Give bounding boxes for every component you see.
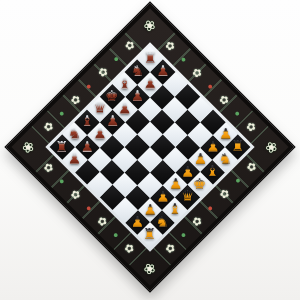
inlay-flower-icon: ✿ — [41, 120, 55, 134]
inlay-corner-flower-icon: ❀ — [19, 138, 37, 156]
inlay-bud-icon: ● — [86, 83, 93, 90]
white-pawn[interactable]: ♟ — [81, 139, 94, 154]
white-bishop[interactable]: ♝ — [118, 77, 131, 92]
white-pawn[interactable]: ♟ — [131, 89, 144, 104]
black-pawn[interactable]: ♟ — [181, 165, 194, 180]
inlay-flower-icon: ✿ — [123, 38, 137, 52]
black-knight[interactable]: ♞ — [219, 152, 232, 167]
inlay-bud-icon: ● — [234, 110, 241, 117]
white-knight[interactable]: ♞ — [68, 127, 81, 142]
board-squares: ♜♞♝♛♚♝♞♜♟♟♟♟♟♟♟♟♟♟♟♟♟♟♟♟♜♞♝♛♚♝♞♜ — [50, 47, 251, 248]
inlay-bud-icon: ● — [207, 204, 214, 211]
photo-background: ❀❀❀❀✿●✿●✿●✿✿●✿●✿●✿✿●✿●✿●✿✿●✿●✿●✿ ♜♞♝♛♚♝♞… — [0, 0, 300, 300]
white-pawn[interactable]: ♟ — [93, 127, 106, 142]
floral-inlay-border: ❀❀❀❀✿●✿●✿●✿✿●✿●✿●✿✿●✿●✿●✿✿●✿●✿●✿ ♜♞♝♛♚♝♞… — [11, 8, 288, 285]
inlay-bud-icon: ● — [59, 110, 66, 117]
black-pawn[interactable]: ♟ — [219, 127, 232, 142]
inlay-bud-icon: ● — [86, 204, 93, 211]
inlay-flower-icon: ✿ — [217, 93, 231, 107]
inlay-corner-flower-icon: ❀ — [263, 138, 281, 156]
white-pawn[interactable]: ♟ — [118, 102, 131, 117]
marble-slab: ❀❀❀❀✿●✿●✿●✿✿●✿●✿●✿✿●✿●✿●✿✿●✿●✿●✿ ♜♞♝♛♚♝♞… — [6, 3, 294, 291]
inlay-flower-icon: ✿ — [217, 187, 231, 201]
inlay-flower-icon: ✿ — [244, 160, 258, 174]
inlay-bud-icon: ● — [235, 177, 242, 184]
inlay-flower-icon: ✿ — [190, 66, 204, 80]
inlay-corner-flower-icon: ❀ — [141, 16, 159, 34]
inlay-flower-icon: ✿ — [69, 187, 83, 201]
black-pawn[interactable]: ♟ — [193, 152, 206, 167]
black-pawn[interactable]: ♟ — [168, 177, 181, 192]
inlay-bud-icon: ● — [113, 231, 120, 238]
inlay-bud-icon: ● — [180, 232, 187, 239]
inlay-flower-icon: ✿ — [42, 160, 56, 174]
inlay-flower-icon: ✿ — [244, 119, 258, 133]
inlay-flower-icon: ✿ — [96, 214, 110, 228]
black-rook[interactable]: ♜ — [231, 139, 244, 154]
inlay-corner-flower-icon: ❀ — [141, 260, 159, 278]
inlay-bud-icon: ● — [113, 56, 120, 63]
black-pawn[interactable]: ♟ — [156, 190, 169, 205]
white-knight[interactable]: ♞ — [131, 64, 144, 79]
inlay-bud-icon: ● — [207, 83, 214, 90]
white-bishop[interactable]: ♝ — [81, 114, 94, 129]
inlay-flower-icon: ✿ — [190, 214, 204, 228]
black-bishop[interactable]: ♝ — [168, 202, 181, 217]
board-frame: ♜♞♝♛♚♝♞♜♟♟♟♟♟♟♟♟♟♟♟♟♟♟♟♟♜♞♝♛♚♝♞♜ — [45, 42, 254, 251]
black-pawn[interactable]: ♟ — [206, 139, 219, 154]
inlay-flower-icon: ✿ — [96, 66, 110, 80]
white-pawn[interactable]: ♟ — [156, 64, 169, 79]
black-pawn[interactable]: ♟ — [131, 215, 144, 230]
inlay-flower-icon: ✿ — [163, 241, 177, 255]
inlay-flower-icon: ✿ — [163, 39, 177, 53]
chess-board: ❀❀❀❀✿●✿●✿●✿✿●✿●✿●✿✿●✿●✿●✿✿●✿●✿●✿ ♜♞♝♛♚♝♞… — [0, 0, 300, 300]
white-pawn[interactable]: ♟ — [68, 152, 81, 167]
white-pawn[interactable]: ♟ — [143, 77, 156, 92]
inlay-bud-icon: ● — [59, 178, 66, 185]
inlay-flower-icon: ✿ — [69, 93, 83, 107]
inlay-bud-icon: ● — [181, 56, 188, 63]
white-rook[interactable]: ♜ — [143, 52, 156, 67]
inlay-flower-icon: ✿ — [122, 241, 136, 255]
black-pawn[interactable]: ♟ — [143, 202, 156, 217]
